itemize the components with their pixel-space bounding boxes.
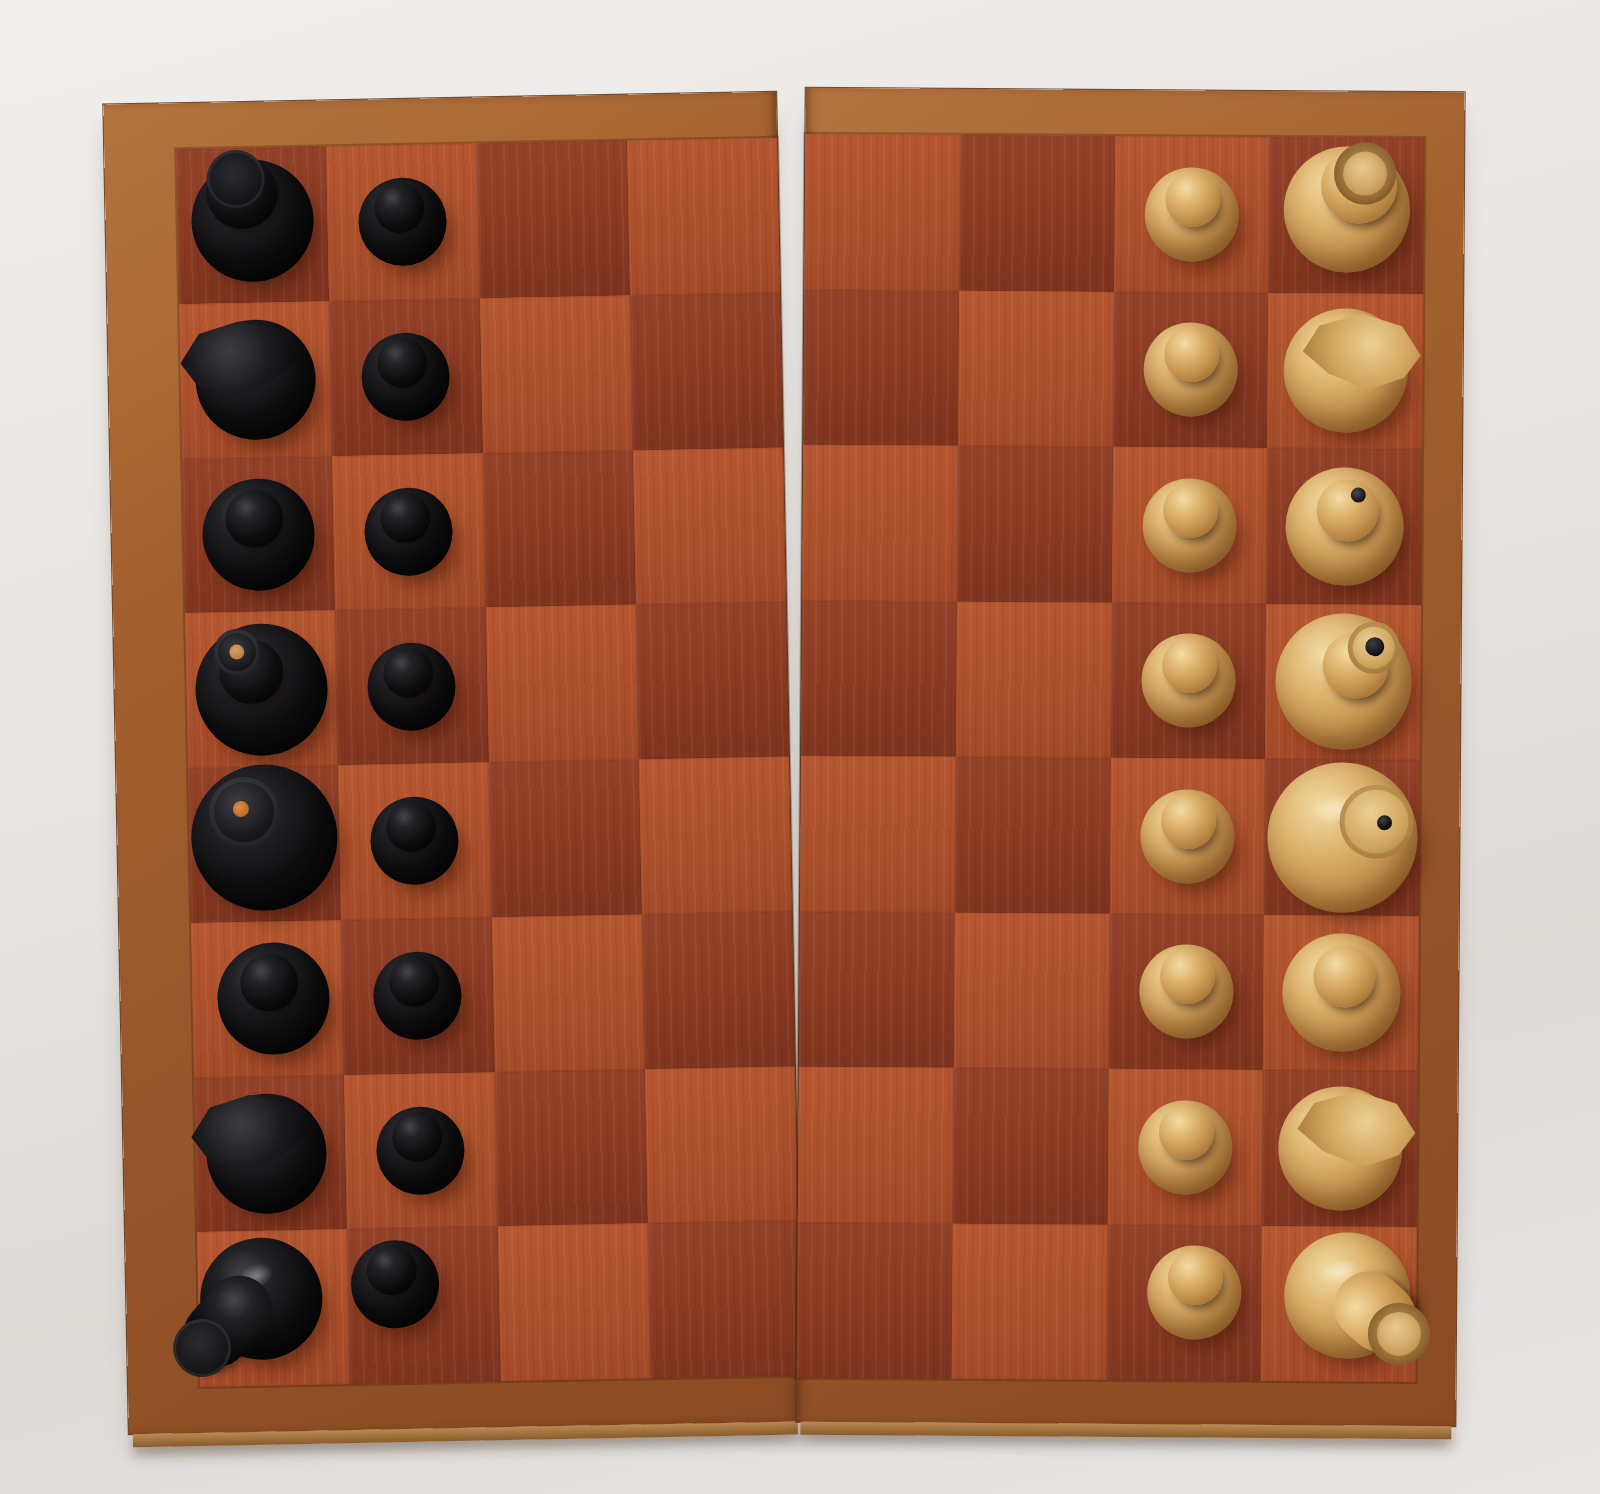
square-right-r3c4 bbox=[1266, 448, 1422, 605]
square-right-r2c1 bbox=[803, 289, 959, 446]
square-left-r2c4 bbox=[630, 292, 783, 450]
piece-cap bbox=[173, 1318, 232, 1377]
square-right-r3c1 bbox=[802, 445, 958, 602]
square-left-r4c2 bbox=[335, 608, 488, 766]
square-right-r4c3 bbox=[1110, 602, 1266, 759]
square-right-r2c2 bbox=[958, 290, 1114, 447]
square-right-r6c1 bbox=[799, 911, 955, 1068]
square-left-r3c4 bbox=[633, 447, 786, 605]
piece-dot bbox=[1365, 637, 1384, 656]
square-right-r6c3 bbox=[1108, 913, 1264, 1070]
square-right-r1c1 bbox=[804, 134, 960, 291]
square-left-r3c3 bbox=[483, 450, 636, 608]
square-left-r7c2 bbox=[344, 1072, 497, 1230]
square-right-r5c2 bbox=[955, 757, 1111, 914]
square-left-r2c2 bbox=[329, 298, 482, 456]
board-right-field bbox=[797, 134, 1425, 1382]
square-left-r7c4 bbox=[645, 1066, 798, 1224]
square-right-r7c3 bbox=[1107, 1069, 1263, 1226]
photo-scene bbox=[0, 0, 1600, 1494]
square-left-r1c3 bbox=[477, 141, 630, 299]
piece-knob bbox=[1313, 946, 1375, 1008]
square-left-r8c4 bbox=[648, 1221, 801, 1379]
square-right-r5c4 bbox=[1264, 759, 1420, 916]
square-left-r7c1 bbox=[194, 1075, 347, 1233]
square-right-r2c3 bbox=[1113, 291, 1269, 448]
square-right-r8c2 bbox=[951, 1223, 1107, 1380]
square-right-r2c4 bbox=[1267, 292, 1423, 449]
square-right-r6c2 bbox=[954, 912, 1110, 1069]
square-left-r6c1 bbox=[191, 920, 344, 1078]
square-right-r5c3 bbox=[1109, 758, 1265, 915]
square-right-r8c4 bbox=[1261, 1225, 1417, 1382]
square-right-r4c4 bbox=[1265, 603, 1421, 760]
square-left-r3c2 bbox=[332, 453, 485, 611]
square-left-r7c3 bbox=[494, 1069, 647, 1227]
piece-knob bbox=[1316, 479, 1378, 541]
square-left-r8c2 bbox=[347, 1226, 500, 1384]
board-left-half bbox=[103, 92, 801, 1435]
square-left-r1c1 bbox=[176, 146, 329, 304]
piece-dot bbox=[1377, 815, 1392, 830]
square-right-r8c1 bbox=[797, 1222, 953, 1379]
square-right-r7c4 bbox=[1262, 1070, 1418, 1227]
piece-cap bbox=[1333, 142, 1395, 204]
piece-knob bbox=[1160, 949, 1215, 1004]
piece-knob bbox=[1168, 1250, 1223, 1305]
square-right-r1c3 bbox=[1114, 136, 1270, 293]
square-left-r2c1 bbox=[179, 301, 332, 459]
board-left-field bbox=[176, 138, 801, 1387]
board-right-half bbox=[796, 88, 1464, 1427]
square-left-r8c1 bbox=[197, 1229, 350, 1387]
square-right-r4c2 bbox=[956, 601, 1112, 758]
piece-knob bbox=[1159, 1104, 1214, 1159]
square-right-r3c3 bbox=[1112, 447, 1268, 604]
square-right-r7c2 bbox=[952, 1068, 1108, 1225]
square-right-r8c3 bbox=[1106, 1224, 1262, 1381]
square-left-r1c4 bbox=[627, 138, 780, 296]
piece-knob bbox=[1164, 327, 1219, 382]
square-left-r6c2 bbox=[341, 917, 494, 1075]
square-left-r1c2 bbox=[326, 143, 479, 301]
piece-cap bbox=[1367, 1303, 1429, 1365]
square-right-r6c4 bbox=[1263, 914, 1419, 1071]
piece-knob bbox=[1161, 793, 1216, 848]
square-right-r1c2 bbox=[959, 135, 1115, 292]
square-left-r5c2 bbox=[338, 762, 491, 920]
square-right-r4c1 bbox=[801, 600, 957, 757]
square-left-r6c4 bbox=[642, 911, 795, 1069]
piece-knob bbox=[1163, 482, 1218, 537]
square-left-r8c3 bbox=[497, 1224, 650, 1382]
square-left-r6c3 bbox=[491, 914, 644, 1072]
square-left-r3c1 bbox=[182, 456, 335, 614]
square-right-r5c1 bbox=[800, 756, 956, 913]
piece-knob bbox=[1165, 171, 1220, 226]
square-left-r4c4 bbox=[636, 602, 789, 760]
square-left-r4c3 bbox=[486, 605, 639, 763]
square-left-r5c3 bbox=[488, 759, 641, 917]
piece-knob bbox=[1162, 638, 1217, 693]
square-left-r2c3 bbox=[480, 295, 633, 453]
square-right-r1c4 bbox=[1268, 137, 1424, 294]
square-right-r7c1 bbox=[798, 1067, 954, 1224]
square-left-r5c4 bbox=[639, 757, 792, 915]
square-left-r5c1 bbox=[188, 765, 341, 923]
square-right-r3c2 bbox=[957, 446, 1113, 603]
square-left-r4c1 bbox=[185, 610, 338, 768]
